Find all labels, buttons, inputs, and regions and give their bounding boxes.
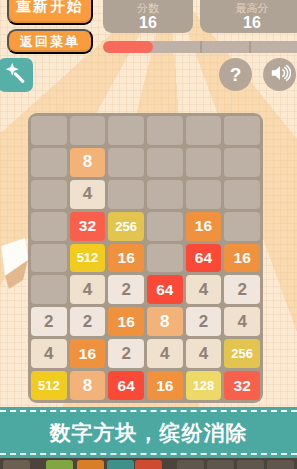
mini-tile	[267, 460, 294, 469]
mini-tile	[77, 460, 104, 469]
cell-empty-r4c4	[147, 212, 183, 241]
mini-tile	[177, 460, 204, 469]
cell-empty-r1c1	[31, 116, 67, 145]
tile-64[interactable]: 64	[186, 244, 222, 273]
progress-divider	[249, 41, 251, 53]
tile-64[interactable]: 64	[108, 371, 144, 400]
tile-64[interactable]: 64	[147, 275, 183, 304]
best-score-label: 最高分	[200, 3, 297, 14]
tile-2[interactable]: 2	[186, 307, 222, 336]
game-board[interactable]: 8432256165121664164264422216824416244256…	[28, 113, 263, 403]
tile-2[interactable]: 2	[31, 307, 67, 336]
tile-8[interactable]: 8	[70, 371, 106, 400]
cell-empty-r5c1	[31, 244, 67, 273]
mini-tile	[3, 460, 30, 469]
progress-bar	[103, 41, 297, 53]
speaker-icon	[269, 62, 291, 88]
tile-4[interactable]: 4	[31, 339, 67, 368]
cell-empty-r1c5	[186, 116, 222, 145]
slogan-banner: 数字方块，缤纷消除	[0, 407, 297, 458]
magic-wand-icon	[3, 60, 29, 90]
cell-empty-r1c6	[224, 116, 260, 145]
tile-2[interactable]: 2	[70, 307, 106, 336]
tile-16[interactable]: 16	[186, 212, 222, 241]
mini-tile	[46, 460, 73, 469]
help-button[interactable]: ?	[219, 58, 252, 91]
score-label: 分数	[103, 3, 193, 14]
cell-empty-r2c4	[147, 148, 183, 177]
score-value: 16	[103, 14, 193, 32]
tile-2[interactable]: 2	[108, 339, 144, 368]
tile-512[interactable]: 512	[70, 244, 106, 273]
tile-8[interactable]: 8	[70, 148, 106, 177]
tile-32[interactable]: 32	[70, 212, 106, 241]
mini-tile	[207, 460, 234, 469]
progress-fill	[103, 41, 153, 53]
tile-16[interactable]: 16	[70, 339, 106, 368]
game-screen: 重新开始 返回菜单 分数 16 最高分 16 ?	[0, 0, 297, 469]
cell-empty-r3c6	[224, 180, 260, 209]
mini-tile	[237, 460, 264, 469]
mini-tile	[107, 460, 134, 469]
tile-32[interactable]: 32	[224, 371, 260, 400]
question-mark-icon: ?	[230, 64, 242, 86]
cell-empty-r2c6	[224, 148, 260, 177]
slogan-text: 数字方块，缤纷消除	[50, 419, 248, 447]
cell-empty-r2c1	[31, 148, 67, 177]
tile-4[interactable]: 4	[147, 339, 183, 368]
cell-empty-r1c2	[70, 116, 106, 145]
cell-empty-r2c3	[108, 148, 144, 177]
paper-corner-decoration	[0, 234, 29, 296]
cell-empty-r4c6	[224, 212, 260, 241]
mini-tile	[135, 460, 162, 469]
cell-empty-r2c5	[186, 148, 222, 177]
cell-empty-r4c1	[31, 212, 67, 241]
cell-empty-r1c4	[147, 116, 183, 145]
tile-16[interactable]: 16	[108, 244, 144, 273]
tile-512[interactable]: 512	[31, 371, 67, 400]
tile-256[interactable]: 256	[224, 339, 260, 368]
tile-16[interactable]: 16	[108, 307, 144, 336]
cell-empty-r3c5	[186, 180, 222, 209]
cell-empty-r3c4	[147, 180, 183, 209]
cell-empty-r3c1	[31, 180, 67, 209]
menu-button[interactable]: 返回菜单	[7, 29, 93, 54]
tile-2[interactable]: 2	[108, 275, 144, 304]
cell-empty-r3c3	[108, 180, 144, 209]
sound-button[interactable]	[263, 58, 296, 91]
cell-empty-r1c3	[108, 116, 144, 145]
tile-8[interactable]: 8	[147, 307, 183, 336]
tile-256[interactable]: 256	[108, 212, 144, 241]
bottom-strip	[0, 458, 297, 469]
tile-4[interactable]: 4	[186, 275, 222, 304]
tile-4[interactable]: 4	[224, 307, 260, 336]
tile-16[interactable]: 16	[147, 371, 183, 400]
tile-2[interactable]: 2	[224, 275, 260, 304]
tile-4[interactable]: 4	[186, 339, 222, 368]
best-score-value: 16	[200, 14, 297, 32]
tile-16[interactable]: 16	[224, 244, 260, 273]
tile-128[interactable]: 128	[186, 371, 222, 400]
tile-4[interactable]: 4	[70, 275, 106, 304]
best-score-panel: 最高分 16	[200, 0, 297, 33]
cell-empty-r5c4	[147, 244, 183, 273]
tile-4[interactable]: 4	[70, 180, 106, 209]
cell-empty-r6c1	[31, 275, 67, 304]
wand-button[interactable]	[0, 58, 33, 92]
score-panel: 分数 16	[103, 0, 193, 33]
progress-divider	[200, 41, 202, 53]
restart-button[interactable]: 重新开始	[7, 0, 93, 25]
